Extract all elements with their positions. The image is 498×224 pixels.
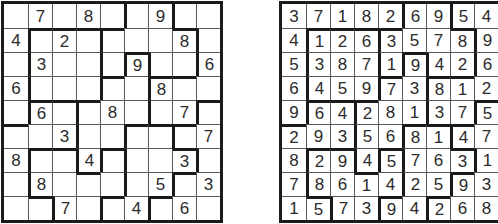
puzzle-cell-r6c8[interactable]: [172, 124, 196, 148]
solution-board: 3718269544126357895387194266459738129642…: [279, 1, 498, 223]
puzzle-cell-r9c4[interactable]: [76, 196, 100, 220]
puzzle-cell-r6c6[interactable]: [124, 124, 148, 148]
puzzle-cell-r3c6: 9: [124, 52, 148, 76]
solution-cell-r7c6: 7: [402, 148, 426, 172]
solution-cell-r6c5: 6: [378, 124, 402, 148]
solution-cell-r8c4: 1: [354, 172, 378, 196]
puzzle-cell-r5c8: 7: [172, 100, 196, 124]
puzzle-cell-r9c3: 7: [52, 196, 76, 220]
solution-cell-r9c2: 5: [306, 196, 330, 220]
solution-cell-r7c8: 3: [450, 148, 474, 172]
solution-cell-r6c3: 3: [330, 124, 354, 148]
solution-cell-r9c1: 1: [282, 196, 306, 220]
puzzle-cell-r7c9[interactable]: [196, 148, 220, 172]
solution-cell-r2c6: 5: [402, 28, 426, 52]
puzzle-cell-r4c6[interactable]: [124, 76, 148, 100]
solution-cell-r3c9: 6: [474, 52, 498, 76]
puzzle-cell-r6c2[interactable]: [28, 124, 52, 148]
puzzle-cell-r7c4: 4: [76, 148, 100, 172]
puzzle-cell-r1c8[interactable]: [172, 4, 196, 28]
puzzle-cell-r4c9[interactable]: [196, 76, 220, 100]
puzzle-cell-r6c4[interactable]: [76, 124, 100, 148]
solution-cell-r3c1: 5: [282, 52, 306, 76]
solution-cell-r4c7: 8: [426, 76, 450, 100]
puzzle-cell-r1c9[interactable]: [196, 4, 220, 28]
solution-cell-r9c5: 9: [378, 196, 402, 220]
solution-cell-r5c9: 5: [474, 100, 498, 124]
puzzle-cell-r4c8[interactable]: [172, 76, 196, 100]
puzzle-cell-r4c1: 6: [4, 76, 28, 100]
puzzle-cell-r6c5[interactable]: [100, 124, 124, 148]
puzzle-cell-r5c7[interactable]: [148, 100, 172, 124]
puzzle-cell-r4c2[interactable]: [28, 76, 52, 100]
solution-cell-r6c7: 1: [426, 124, 450, 148]
solution-cell-r1c7: 9: [426, 4, 450, 28]
puzzle-cell-r7c6[interactable]: [124, 148, 148, 172]
puzzle-cell-r6c1[interactable]: [4, 124, 28, 148]
solution-cell-r7c3: 9: [330, 148, 354, 172]
solution-cell-r7c2: 2: [306, 148, 330, 172]
puzzle-cell-r5c1[interactable]: [4, 100, 28, 124]
puzzle-cell-r6c9: 7: [196, 124, 220, 148]
solution-cell-r9c6: 4: [402, 196, 426, 220]
solution-cell-r3c4: 7: [354, 52, 378, 76]
puzzle-cell-r9c1[interactable]: [4, 196, 28, 220]
puzzle-cell-r2c3: 2: [52, 28, 76, 52]
solution-cell-r9c4: 3: [354, 196, 378, 220]
solution-cell-r6c4: 5: [354, 124, 378, 148]
puzzle-cell-r7c7[interactable]: [148, 148, 172, 172]
puzzle-cell-r1c7: 9: [148, 4, 172, 28]
puzzle-cell-r8c6[interactable]: [124, 172, 148, 196]
puzzle-cell-r1c1[interactable]: [4, 4, 28, 28]
puzzle-cell-r2c7[interactable]: [148, 28, 172, 52]
solution-cell-r5c3: 4: [330, 100, 354, 124]
solution-cell-r5c8: 7: [450, 100, 474, 124]
puzzle-cell-r4c7: 8: [148, 76, 172, 100]
puzzle-cell-r5c5: 8: [100, 100, 124, 124]
solution-cell-r6c6: 8: [402, 124, 426, 148]
puzzle-cell-r4c4[interactable]: [76, 76, 100, 100]
solution-cell-r1c1: 3: [282, 4, 306, 28]
puzzle-cell-r9c5[interactable]: [100, 196, 124, 220]
solution-cell-r7c1: 8: [282, 148, 306, 172]
puzzle-cell-r5c2: 6: [28, 100, 52, 124]
puzzle-cell-r8c8[interactable]: [172, 172, 196, 196]
puzzle-cell-r5c9[interactable]: [196, 100, 220, 124]
solution-cell-r1c8: 5: [450, 4, 474, 28]
solution-cell-r8c9: 3: [474, 172, 498, 196]
puzzle-cell-r3c5[interactable]: [100, 52, 124, 76]
solution-cell-r6c9: 7: [474, 124, 498, 148]
puzzle-cell-r7c3[interactable]: [52, 148, 76, 172]
solution-cell-r5c6: 1: [402, 100, 426, 124]
solution-cell-r2c7: 7: [426, 28, 450, 52]
solution-cell-r6c1: 2: [282, 124, 306, 148]
solution-cell-r7c9: 1: [474, 148, 498, 172]
puzzle-cell-r1c4: 8: [76, 4, 100, 28]
puzzle-cell-r3c3[interactable]: [52, 52, 76, 76]
solution-cell-r8c2: 8: [306, 172, 330, 196]
puzzle-cell-r7c8: 3: [172, 148, 196, 172]
puzzle-cell-r2c2[interactable]: [28, 28, 52, 52]
solution-cell-r1c9: 4: [474, 4, 498, 28]
solution-cell-r4c6: 3: [402, 76, 426, 100]
puzzle-cell-r7c1: 8: [4, 148, 28, 172]
puzzle-cell-r1c5[interactable]: [100, 4, 124, 28]
puzzle-cell-r8c1[interactable]: [4, 172, 28, 196]
sudoku-page: 7894283966868737843853746 37182695441263…: [0, 0, 498, 224]
solution-cell-r8c3: 6: [330, 172, 354, 196]
puzzle-cell-r2c9[interactable]: [196, 28, 220, 52]
solution-cell-r5c7: 3: [426, 100, 450, 124]
puzzle-cell-r8c9: 3: [196, 172, 220, 196]
puzzle-cell-r7c2[interactable]: [28, 148, 52, 172]
solution-cell-r5c1: 9: [282, 100, 306, 124]
solution-cell-r1c4: 8: [354, 4, 378, 28]
solution-cell-r5c4: 2: [354, 100, 378, 124]
puzzle-cell-r1c6[interactable]: [124, 4, 148, 28]
puzzle-cell-r9c8: 6: [172, 196, 196, 220]
solution-cell-r2c9: 9: [474, 28, 498, 52]
solution-cell-r7c5: 5: [378, 148, 402, 172]
solution-cell-r2c2: 1: [306, 28, 330, 52]
puzzle-cell-r7c5[interactable]: [100, 148, 124, 172]
puzzle-cell-r9c7[interactable]: [148, 196, 172, 220]
solution-cell-r3c2: 3: [306, 52, 330, 76]
puzzle-cell-r2c4[interactable]: [76, 28, 100, 52]
solution-cell-r2c5: 3: [378, 28, 402, 52]
solution-cell-r4c5: 7: [378, 76, 402, 100]
puzzle-cell-r2c1: 4: [4, 28, 28, 52]
solution-cell-r3c3: 8: [330, 52, 354, 76]
puzzle-cell-r5c4[interactable]: [76, 100, 100, 124]
puzzle-cell-r3c2: 3: [28, 52, 52, 76]
puzzle-cell-r9c9[interactable]: [196, 196, 220, 220]
solution-cell-r2c4: 6: [354, 28, 378, 52]
solution-cell-r5c5: 8: [378, 100, 402, 124]
puzzle-cell-r6c7[interactable]: [148, 124, 172, 148]
solution-cell-r1c3: 1: [330, 4, 354, 28]
puzzle-cell-r4c3[interactable]: [52, 76, 76, 100]
puzzle-cell-r8c7: 5: [148, 172, 172, 196]
solution-cell-r7c7: 6: [426, 148, 450, 172]
puzzle-cell-r3c4[interactable]: [76, 52, 100, 76]
puzzle-cell-r8c2: 8: [28, 172, 52, 196]
solution-cell-r4c9: 2: [474, 76, 498, 100]
solution-cell-r8c5: 4: [378, 172, 402, 196]
solution-cell-r1c6: 6: [402, 4, 426, 28]
solution-cell-r8c7: 5: [426, 172, 450, 196]
puzzle-cell-r3c7[interactable]: [148, 52, 172, 76]
puzzle-cell-r8c5[interactable]: [100, 172, 124, 196]
puzzle-cell-r2c8: 8: [172, 28, 196, 52]
solution-cell-r1c2: 7: [306, 4, 330, 28]
solution-cell-r4c3: 5: [330, 76, 354, 100]
puzzle-cell-r9c2[interactable]: [28, 196, 52, 220]
solution-cell-r3c6: 9: [402, 52, 426, 76]
puzzle-cell-r9c6: 4: [124, 196, 148, 220]
solution-cell-r9c9: 8: [474, 196, 498, 220]
solution-cell-r7c4: 4: [354, 148, 378, 172]
solution-cell-r5c2: 6: [306, 100, 330, 124]
solution-cell-r3c8: 2: [450, 52, 474, 76]
puzzle-cell-r1c2: 7: [28, 4, 52, 28]
puzzle-board: 7894283966868737843853746: [1, 1, 223, 223]
solution-cell-r4c8: 1: [450, 76, 474, 100]
puzzle-cell-r2c5[interactable]: [100, 28, 124, 52]
solution-cell-r9c7: 2: [426, 196, 450, 220]
solution-cell-r1c5: 2: [378, 4, 402, 28]
puzzle-cell-r1c3[interactable]: [52, 4, 76, 28]
puzzle-cell-r3c8[interactable]: [172, 52, 196, 76]
puzzle-cell-r5c6[interactable]: [124, 100, 148, 124]
puzzle-cell-r8c3[interactable]: [52, 172, 76, 196]
solution-cell-r6c8: 4: [450, 124, 474, 148]
solution-cell-r3c7: 4: [426, 52, 450, 76]
puzzle-cell-r5c3[interactable]: [52, 100, 76, 124]
solution-cell-r8c8: 9: [450, 172, 474, 196]
puzzle-cell-r3c9: 6: [196, 52, 220, 76]
solution-cell-r4c4: 9: [354, 76, 378, 100]
solution-cell-r9c8: 6: [450, 196, 474, 220]
solution-cell-r2c3: 2: [330, 28, 354, 52]
puzzle-cell-r6c3: 3: [52, 124, 76, 148]
solution-cell-r4c1: 6: [282, 76, 306, 100]
solution-cell-r8c6: 2: [402, 172, 426, 196]
solution-cell-r9c3: 7: [330, 196, 354, 220]
puzzle-cell-r3c1[interactable]: [4, 52, 28, 76]
solution-cell-r6c2: 9: [306, 124, 330, 148]
solution-cell-r2c8: 8: [450, 28, 474, 52]
puzzle-cell-r4c5[interactable]: [100, 76, 124, 100]
puzzle-cell-r8c4[interactable]: [76, 172, 100, 196]
solution-cell-r8c1: 7: [282, 172, 306, 196]
solution-cell-r3c5: 1: [378, 52, 402, 76]
puzzle-cell-r2c6[interactable]: [124, 28, 148, 52]
solution-cell-r2c1: 4: [282, 28, 306, 52]
solution-cell-r4c2: 4: [306, 76, 330, 100]
